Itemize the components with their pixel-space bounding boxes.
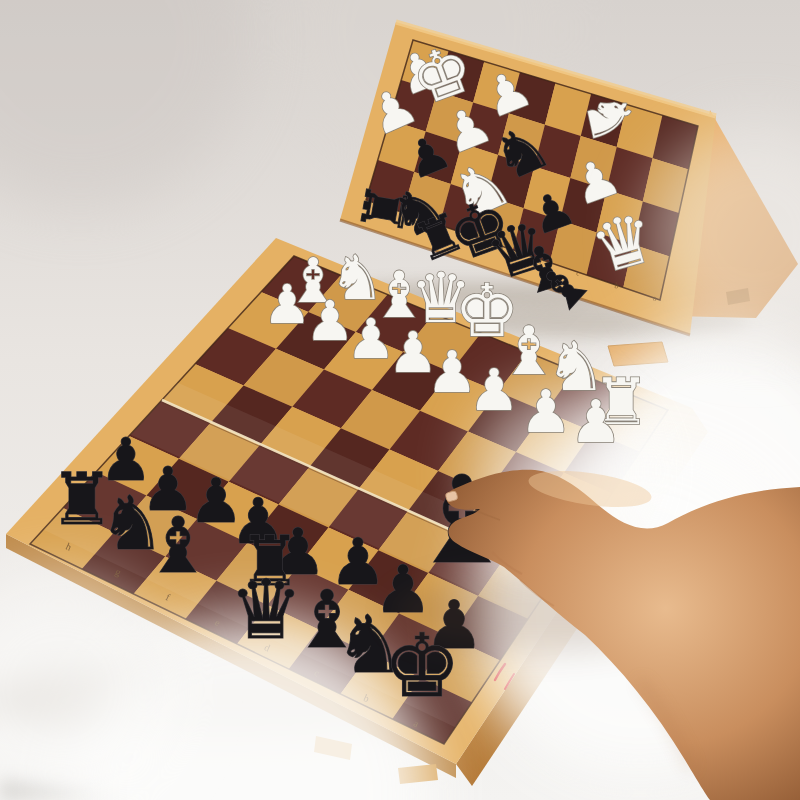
chess-piece-white-pawn: ♟ xyxy=(468,357,520,424)
chess-piece-white-pawn: ♟ xyxy=(520,377,573,446)
chess-piece-white-pawn: ♟ xyxy=(570,387,623,456)
chess-piece-white-pawn: ♟ xyxy=(263,273,311,336)
product-photo-scene: edcba♟♚♟♞♟♟♟♞♟♞♜♟♞♚♜♛♛♝♝hgfedcba♞♝♝♛♟♚♟♟… xyxy=(0,0,800,800)
chess-set-photo: edcba♟♚♟♞♟♟♟♞♟♞♜♟♞♚♜♛♛♝♝hgfedcba♞♝♝♛♟♚♟♟… xyxy=(0,0,800,800)
chess-piece-black-bishop: ♝ xyxy=(144,501,213,590)
